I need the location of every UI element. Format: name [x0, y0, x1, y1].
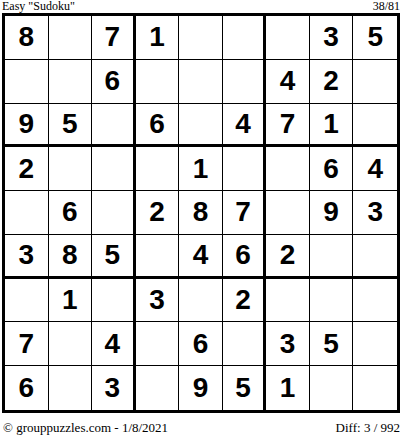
cell-r6c6: 6 [223, 235, 267, 279]
cell-r5c8: 9 [310, 191, 354, 235]
cell-r2c7: 4 [266, 60, 310, 104]
cell-r7c4: 3 [136, 279, 180, 323]
cell-r9c6: 5 [223, 366, 267, 410]
cell-r1c3: 7 [92, 16, 136, 60]
cell-r6c1: 3 [5, 235, 49, 279]
cell-r5c5: 8 [179, 191, 223, 235]
cell-r3c4: 6 [136, 104, 180, 148]
cell-r5c9: 3 [353, 191, 397, 235]
cell-r8c1: 7 [5, 322, 49, 366]
cell-r9c9[interactable] [353, 366, 397, 410]
cell-r8c7: 3 [266, 322, 310, 366]
cell-r2c3: 6 [92, 60, 136, 104]
cell-r9c4[interactable] [136, 366, 180, 410]
cell-r1c7[interactable] [266, 16, 310, 60]
cell-r9c7: 1 [266, 366, 310, 410]
cell-r7c7[interactable] [266, 279, 310, 323]
cell-r4c8: 6 [310, 147, 354, 191]
sudoku-page: Easy "Sudoku" 38/81 87135642956471216462… [0, 0, 402, 437]
cell-r6c2: 8 [49, 235, 93, 279]
cell-r6c7: 2 [266, 235, 310, 279]
cell-r5c2: 6 [49, 191, 93, 235]
cell-r7c9[interactable] [353, 279, 397, 323]
cell-r4c9: 4 [353, 147, 397, 191]
cell-r4c7[interactable] [266, 147, 310, 191]
copyright-text: © grouppuzzles.com - 1/8/2021 [3, 421, 168, 434]
cell-r8c6[interactable] [223, 322, 267, 366]
difficulty-text: Diff: 3 / 992 [336, 421, 400, 434]
cell-r5c3[interactable] [92, 191, 136, 235]
cell-r7c5[interactable] [179, 279, 223, 323]
cell-r6c3: 5 [92, 235, 136, 279]
cell-r4c3[interactable] [92, 147, 136, 191]
cell-r3c3[interactable] [92, 104, 136, 148]
footer: © grouppuzzles.com - 1/8/2021 Diff: 3 / … [0, 413, 402, 434]
cell-r4c4[interactable] [136, 147, 180, 191]
cell-r9c8[interactable] [310, 366, 354, 410]
cell-r2c6[interactable] [223, 60, 267, 104]
cell-r4c2[interactable] [49, 147, 93, 191]
cell-r2c4[interactable] [136, 60, 180, 104]
cell-r7c2: 1 [49, 279, 93, 323]
cell-r8c3: 4 [92, 322, 136, 366]
header: Easy "Sudoku" 38/81 [0, 0, 402, 13]
cell-r5c7[interactable] [266, 191, 310, 235]
cell-r5c1[interactable] [5, 191, 49, 235]
cell-r3c2: 5 [49, 104, 93, 148]
cell-r3c7: 7 [266, 104, 310, 148]
sudoku-grid: 8713564295647121646287933854621327463563… [2, 13, 400, 413]
cell-r1c6[interactable] [223, 16, 267, 60]
cell-r6c9[interactable] [353, 235, 397, 279]
cell-r8c2[interactable] [49, 322, 93, 366]
cell-r7c1[interactable] [5, 279, 49, 323]
cell-r8c4[interactable] [136, 322, 180, 366]
cell-r1c9: 5 [353, 16, 397, 60]
cell-r3c6: 4 [223, 104, 267, 148]
cell-r1c4: 1 [136, 16, 180, 60]
cell-r4c5: 1 [179, 147, 223, 191]
cell-r4c1: 2 [5, 147, 49, 191]
cell-r2c5[interactable] [179, 60, 223, 104]
cell-r1c1: 8 [5, 16, 49, 60]
cell-r4c6[interactable] [223, 147, 267, 191]
cell-r8c9[interactable] [353, 322, 397, 366]
cell-r9c5: 9 [179, 366, 223, 410]
cell-r8c8: 5 [310, 322, 354, 366]
cell-r1c2[interactable] [49, 16, 93, 60]
cell-r7c8[interactable] [310, 279, 354, 323]
cell-r9c1: 6 [5, 366, 49, 410]
cell-r5c6: 7 [223, 191, 267, 235]
cell-r3c9[interactable] [353, 104, 397, 148]
cell-r2c1[interactable] [5, 60, 49, 104]
cell-r7c3[interactable] [92, 279, 136, 323]
cell-r2c8: 2 [310, 60, 354, 104]
cell-r9c3: 3 [92, 366, 136, 410]
cell-r7c6: 2 [223, 279, 267, 323]
cell-r2c9[interactable] [353, 60, 397, 104]
cell-r6c5: 4 [179, 235, 223, 279]
cell-r6c8[interactable] [310, 235, 354, 279]
cell-r6c4[interactable] [136, 235, 180, 279]
cell-r2c2[interactable] [49, 60, 93, 104]
cell-r3c5[interactable] [179, 104, 223, 148]
puzzle-title: Easy "Sudoku" [2, 0, 75, 12]
cell-r1c5[interactable] [179, 16, 223, 60]
cell-r1c8: 3 [310, 16, 354, 60]
cell-r3c1: 9 [5, 104, 49, 148]
cell-r9c2[interactable] [49, 366, 93, 410]
cell-r5c4: 2 [136, 191, 180, 235]
givens-counter: 38/81 [373, 0, 400, 12]
cell-r3c8: 1 [310, 104, 354, 148]
cell-r8c5: 6 [179, 322, 223, 366]
